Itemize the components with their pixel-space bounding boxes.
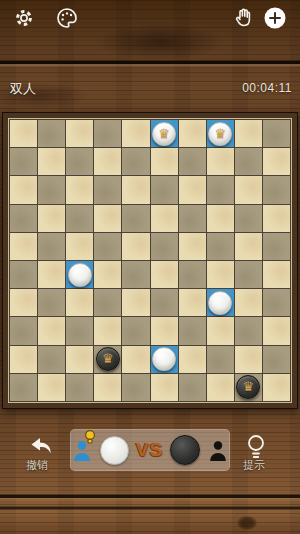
board-cell-r0c2[interactable] [66,120,93,147]
gear-icon [12,6,36,30]
board-cell-r1c3[interactable] [94,148,121,175]
board-cell-r1c8[interactable] [235,148,262,175]
board-cell-r8c8[interactable] [235,346,262,373]
board-cell-r2c4[interactable] [122,176,149,203]
board-cell-r7c4[interactable] [122,317,149,344]
board-cell-r2c8[interactable] [235,176,262,203]
board-cell-r0c6[interactable] [179,120,206,147]
board-cell-r9c0[interactable] [10,374,37,401]
board-cell-r3c0[interactable] [10,205,37,232]
board-cell-r7c1[interactable] [38,317,65,344]
board-cell-r3c3[interactable] [94,205,121,232]
plus-icon [263,6,287,30]
board-cell-r5c6[interactable] [179,261,206,288]
white-king[interactable]: ♛ [208,122,232,146]
board-cell-r2c1[interactable] [38,176,65,203]
board-cell-r5c9[interactable] [263,261,290,288]
board-cell-r9c4[interactable] [122,374,149,401]
board-cell-r6c2[interactable] [66,289,93,316]
board-cell-r2c2[interactable] [66,176,93,203]
board-cell-r8c7[interactable] [207,346,234,373]
board-cell-r5c7[interactable] [207,261,234,288]
board-cell-r7c9[interactable] [263,317,290,344]
board-cell-r2c5[interactable] [151,176,178,203]
board-cell-r2c9[interactable] [263,176,290,203]
board-cell-r3c5[interactable] [151,205,178,232]
board-cell-r2c7[interactable] [207,176,234,203]
board-cell-r7c3[interactable] [94,317,121,344]
board-cell-r4c8[interactable] [235,233,262,260]
board-cell-r0c7[interactable]: ♛ [207,120,234,147]
board-cell-r6c7[interactable] [207,289,234,316]
board-cell-r6c4[interactable] [122,289,149,316]
left-player [71,437,93,463]
board-cell-r9c9[interactable] [263,374,290,401]
board-cell-r5c3[interactable] [94,261,121,288]
board-cell-r5c0[interactable] [10,261,37,288]
board-cell-r5c5[interactable] [151,261,178,288]
hint-button[interactable]: 提示 [238,426,274,472]
undo-label: 撤销 [26,458,48,473]
board-cell-r8c6[interactable] [179,346,206,373]
board-cell-r1c9[interactable] [263,148,290,175]
board-cell-r7c5[interactable] [151,317,178,344]
board-cell-r1c6[interactable] [179,148,206,175]
board-cell-r5c2[interactable] [66,261,93,288]
board-cell-r8c9[interactable] [263,346,290,373]
vs-label: VS [136,439,163,461]
board-cell-r4c5[interactable] [151,233,178,260]
white-man[interactable] [208,291,232,315]
app-screen: 双人 00:04:11 ♛♛♛♛ 撤销 VS [0,0,300,534]
board-cell-r8c1[interactable] [38,346,65,373]
board-cell-r6c6[interactable] [179,289,206,316]
hand-icon [232,6,256,30]
board-cell-r0c0[interactable] [10,120,37,147]
board-cell-r6c8[interactable] [235,289,262,316]
hint-label: 提示 [243,458,265,473]
board-cell-r8c5[interactable] [151,346,178,373]
board-cell-r4c1[interactable] [38,233,65,260]
board-cell-r0c9[interactable] [263,120,290,147]
board-cell-r2c0[interactable] [10,176,37,203]
board-cell-r2c3[interactable] [94,176,121,203]
board-cell-r7c7[interactable] [207,317,234,344]
turn-indicator-bulb-icon [83,429,97,449]
board-cell-r1c7[interactable] [207,148,234,175]
board-cell-r8c3[interactable]: ♛ [94,346,121,373]
right-player [207,437,229,463]
board-cell-r3c8[interactable] [235,205,262,232]
game-timer: 00:04:11 [242,81,292,95]
board-cell-r5c4[interactable] [122,261,149,288]
board-cell-r9c3[interactable] [94,374,121,401]
board-cell-r1c0[interactable] [10,148,37,175]
board-cell-r0c5[interactable]: ♛ [151,120,178,147]
board-cell-r9c1[interactable] [38,374,65,401]
board-cell-r8c2[interactable] [66,346,93,373]
board-cell-r4c4[interactable] [122,233,149,260]
board-cell-r7c2[interactable] [66,317,93,344]
board-cell-r9c7[interactable] [207,374,234,401]
black-king[interactable]: ♛ [96,347,120,371]
board-cell-r0c4[interactable] [122,120,149,147]
board-cell-r7c6[interactable] [179,317,206,344]
board-cell-r0c1[interactable] [38,120,65,147]
board-cell-r6c9[interactable] [263,289,290,316]
board-cell-r3c2[interactable] [66,205,93,232]
board-cell-r1c4[interactable] [122,148,149,175]
black-king[interactable]: ♛ [236,375,260,399]
board-cell-r1c2[interactable] [66,148,93,175]
board-frame: ♛♛♛♛ [2,112,298,409]
undo-button[interactable]: 撤销 [24,426,60,472]
board-cell-r3c1[interactable] [38,205,65,232]
white-man[interactable] [152,347,176,371]
board-cell-r9c8[interactable]: ♛ [235,374,262,401]
board-cell-r3c9[interactable] [263,205,290,232]
crown-icon: ♛ [243,380,255,393]
board-cell-r4c0[interactable] [10,233,37,260]
white-man[interactable] [68,263,92,287]
black-piece-indicator [170,435,200,465]
board-cell-r6c3[interactable] [94,289,121,316]
crown-icon: ♛ [102,352,114,365]
board-cell-r8c0[interactable] [10,346,37,373]
board-cell-r5c1[interactable] [38,261,65,288]
white-king[interactable]: ♛ [152,122,176,146]
board-cell-r3c4[interactable] [122,205,149,232]
board-cell-r8c4[interactable] [122,346,149,373]
board-cell-r3c6[interactable] [179,205,206,232]
board-cell-r4c7[interactable] [207,233,234,260]
board-cell-r0c3[interactable] [94,120,121,147]
crown-icon: ♛ [158,127,170,140]
board-cell-r2c6[interactable] [179,176,206,203]
board-cell-r9c6[interactable] [179,374,206,401]
settings-button[interactable] [12,6,36,30]
top-bar [0,0,300,36]
theme-button[interactable] [55,6,79,30]
board-cell-r7c8[interactable] [235,317,262,344]
crown-icon: ♛ [214,127,226,140]
board-cell-r4c6[interactable] [179,233,206,260]
board-cell-r9c5[interactable] [151,374,178,401]
board-cell-r4c3[interactable] [94,233,121,260]
board-cell-r4c2[interactable] [66,233,93,260]
board-cell-r5c8[interactable] [235,261,262,288]
pan-button[interactable] [232,6,256,30]
players-panel: VS [70,429,230,471]
board-cell-r7c0[interactable] [10,317,37,344]
mode-label: 双人 [10,80,36,98]
board-cell-r6c0[interactable] [10,289,37,316]
board-cell-r0c8[interactable] [235,120,262,147]
board-cell-r4c9[interactable] [263,233,290,260]
board-cell-r6c5[interactable] [151,289,178,316]
palette-icon [55,6,79,30]
board-cell-r6c1[interactable] [38,289,65,316]
board-grid: ♛♛♛♛ [9,119,291,402]
board-cell-r3c7[interactable] [207,205,234,232]
board-cell-r1c1[interactable] [38,148,65,175]
white-piece-indicator [100,436,129,465]
board-cell-r9c2[interactable] [66,374,93,401]
new-game-button[interactable] [263,6,287,30]
board-cell-r1c5[interactable] [151,148,178,175]
